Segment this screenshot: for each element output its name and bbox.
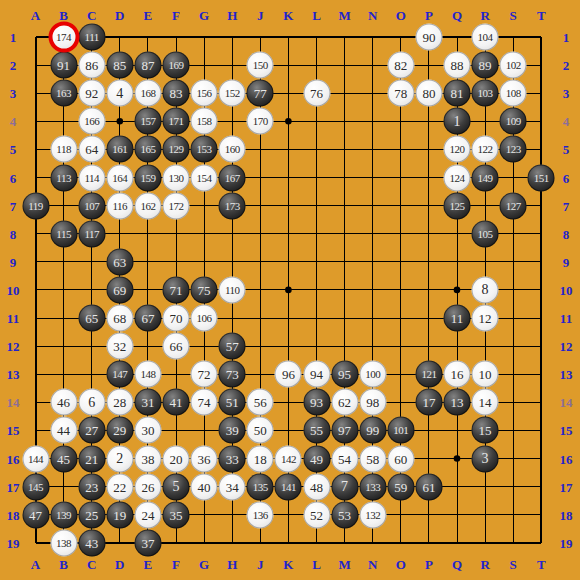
column-label-bottom-M: M — [338, 558, 350, 571]
row-label-left-17: 17 — [7, 480, 20, 493]
stone-D16: 2 — [106, 445, 133, 472]
stone-N16: 58 — [359, 445, 386, 472]
row-label-left-7: 7 — [10, 199, 17, 212]
stone-P17: 61 — [415, 473, 442, 500]
stone-R15: 15 — [472, 417, 499, 444]
stone-E2: 87 — [134, 52, 161, 79]
column-label-top-J: J — [257, 9, 264, 22]
row-label-left-10: 10 — [7, 283, 20, 296]
stone-M18: 53 — [331, 501, 358, 528]
column-label-bottom-K: K — [283, 558, 293, 571]
stone-Q4: 1 — [444, 108, 471, 135]
stone-C5: 64 — [78, 136, 105, 163]
column-label-bottom-P: P — [425, 558, 433, 571]
column-label-top-H: H — [227, 9, 237, 22]
stone-O15: 101 — [387, 417, 414, 444]
column-label-bottom-T: T — [537, 558, 546, 571]
stone-H17: 34 — [219, 473, 246, 500]
stone-G11: 106 — [191, 305, 218, 332]
stone-R11: 12 — [472, 305, 499, 332]
stone-E4: 157 — [134, 108, 161, 135]
row-label-right-11: 11 — [560, 312, 572, 325]
row-label-left-11: 11 — [7, 312, 19, 325]
column-label-top-R: R — [480, 9, 489, 22]
stone-B2: 91 — [50, 52, 77, 79]
row-label-left-9: 9 — [10, 255, 17, 268]
stone-L14: 93 — [303, 389, 330, 416]
stone-D5: 161 — [106, 136, 133, 163]
stone-M15: 97 — [331, 417, 358, 444]
column-label-top-N: N — [368, 9, 377, 22]
stone-A17: 145 — [22, 473, 49, 500]
stone-Q3: 81 — [444, 80, 471, 107]
stone-T6: 151 — [528, 164, 555, 191]
column-label-top-S: S — [510, 9, 517, 22]
column-label-top-C: C — [87, 9, 96, 22]
go-board[interactable]: AABBCCDDEEFFGGHHJJKKLLMMNNOOPPQQRRSSTT11… — [0, 0, 580, 580]
stone-R5: 122 — [472, 136, 499, 163]
column-label-top-Q: Q — [452, 9, 462, 22]
row-label-left-4: 4 — [10, 115, 17, 128]
stone-E7: 162 — [134, 192, 161, 219]
stone-G16: 36 — [191, 445, 218, 472]
stone-F6: 130 — [163, 164, 190, 191]
stone-J15: 50 — [247, 417, 274, 444]
column-label-bottom-F: F — [172, 558, 180, 571]
column-label-bottom-N: N — [368, 558, 377, 571]
stone-P14: 17 — [415, 389, 442, 416]
stone-L18: 52 — [303, 501, 330, 528]
stone-C11: 65 — [78, 305, 105, 332]
stone-H15: 39 — [219, 417, 246, 444]
row-label-right-18: 18 — [560, 508, 573, 521]
stone-Q11: 11 — [444, 305, 471, 332]
stone-M13: 95 — [331, 361, 358, 388]
stone-B5: 118 — [50, 136, 77, 163]
column-label-top-P: P — [425, 9, 433, 22]
column-label-top-O: O — [396, 9, 406, 22]
row-label-left-2: 2 — [10, 59, 17, 72]
stone-E16: 38 — [134, 445, 161, 472]
stone-H16: 33 — [219, 445, 246, 472]
stone-H6: 167 — [219, 164, 246, 191]
stone-P1: 90 — [415, 24, 442, 51]
stone-Q7: 125 — [444, 192, 471, 219]
row-label-left-18: 18 — [7, 508, 20, 521]
stone-J14: 56 — [247, 389, 274, 416]
stone-G3: 156 — [191, 80, 218, 107]
column-label-bottom-L: L — [312, 558, 321, 571]
column-label-bottom-J: J — [257, 558, 264, 571]
stone-J3: 77 — [247, 80, 274, 107]
row-label-right-7: 7 — [563, 199, 570, 212]
stone-G4: 158 — [191, 108, 218, 135]
stone-O17: 59 — [387, 473, 414, 500]
stone-F18: 35 — [163, 501, 190, 528]
stone-Q13: 16 — [444, 361, 471, 388]
stone-F7: 172 — [163, 192, 190, 219]
stone-E13: 148 — [134, 361, 161, 388]
stone-L15: 55 — [303, 417, 330, 444]
stone-C8: 117 — [78, 220, 105, 247]
stone-C7: 107 — [78, 192, 105, 219]
stone-N18: 132 — [359, 501, 386, 528]
column-label-top-A: A — [31, 9, 40, 22]
stone-R2: 89 — [472, 52, 499, 79]
stone-D3: 4 — [106, 80, 133, 107]
stone-P3: 80 — [415, 80, 442, 107]
stone-D15: 29 — [106, 417, 133, 444]
column-label-bottom-Q: Q — [452, 558, 462, 571]
stone-E17: 26 — [134, 473, 161, 500]
row-label-left-3: 3 — [10, 87, 17, 100]
stone-F3: 83 — [163, 80, 190, 107]
stone-F12: 66 — [163, 333, 190, 360]
stone-B16: 45 — [50, 445, 77, 472]
stone-G14: 74 — [191, 389, 218, 416]
column-label-top-E: E — [144, 9, 153, 22]
stone-D2: 85 — [106, 52, 133, 79]
stone-O16: 60 — [387, 445, 414, 472]
stone-J4: 170 — [247, 108, 274, 135]
stone-C3: 92 — [78, 80, 105, 107]
stone-R13: 10 — [472, 361, 499, 388]
stone-S4: 109 — [500, 108, 527, 135]
stone-O3: 78 — [387, 80, 414, 107]
stone-D9: 63 — [106, 248, 133, 275]
row-label-left-12: 12 — [7, 340, 20, 353]
stone-K16: 142 — [275, 445, 302, 472]
stone-B1-last-move: 174 — [50, 24, 77, 51]
stone-C6: 114 — [78, 164, 105, 191]
stone-F10: 71 — [163, 276, 190, 303]
stone-F5: 129 — [163, 136, 190, 163]
stone-S2: 102 — [500, 52, 527, 79]
row-label-right-13: 13 — [560, 368, 573, 381]
column-label-top-K: K — [283, 9, 293, 22]
stone-N17: 133 — [359, 473, 386, 500]
row-label-right-4: 4 — [563, 115, 570, 128]
stone-B8: 115 — [50, 220, 77, 247]
stone-J18: 136 — [247, 501, 274, 528]
stone-H10: 110 — [219, 276, 246, 303]
stone-D12: 32 — [106, 333, 133, 360]
stone-B3: 163 — [50, 80, 77, 107]
column-label-bottom-G: G — [199, 558, 209, 571]
column-label-top-D: D — [115, 9, 124, 22]
stone-F2: 169 — [163, 52, 190, 79]
stone-C4: 166 — [78, 108, 105, 135]
stone-K17: 141 — [275, 473, 302, 500]
stone-J16: 18 — [247, 445, 274, 472]
column-label-bottom-R: R — [480, 558, 489, 571]
stone-D13: 147 — [106, 361, 133, 388]
row-label-left-5: 5 — [10, 143, 17, 156]
stone-H13: 73 — [219, 361, 246, 388]
stone-H3: 152 — [219, 80, 246, 107]
stone-D7: 116 — [106, 192, 133, 219]
stone-G6: 154 — [191, 164, 218, 191]
row-label-right-9: 9 — [563, 255, 570, 268]
stone-F4: 171 — [163, 108, 190, 135]
row-label-left-19: 19 — [7, 536, 20, 549]
column-label-bottom-S: S — [510, 558, 517, 571]
stone-L17: 48 — [303, 473, 330, 500]
row-label-left-1: 1 — [10, 31, 17, 44]
stone-H7: 173 — [219, 192, 246, 219]
stone-L16: 49 — [303, 445, 330, 472]
stone-B14: 46 — [50, 389, 77, 416]
stone-R14: 14 — [472, 389, 499, 416]
stone-Q2: 88 — [444, 52, 471, 79]
stone-Q6: 124 — [444, 164, 471, 191]
row-label-right-12: 12 — [560, 340, 573, 353]
stone-B19: 138 — [50, 529, 77, 556]
column-label-top-L: L — [312, 9, 321, 22]
stone-N14: 98 — [359, 389, 386, 416]
stone-D18: 19 — [106, 501, 133, 528]
row-label-left-6: 6 — [10, 171, 17, 184]
stone-A7: 119 — [22, 192, 49, 219]
row-label-right-3: 3 — [563, 87, 570, 100]
column-label-bottom-O: O — [396, 558, 406, 571]
stone-D10: 69 — [106, 276, 133, 303]
stone-C17: 23 — [78, 473, 105, 500]
column-label-bottom-C: C — [87, 558, 96, 571]
row-label-right-2: 2 — [563, 59, 570, 72]
stone-R8: 105 — [472, 220, 499, 247]
stone-F14: 41 — [163, 389, 190, 416]
stone-K13: 96 — [275, 361, 302, 388]
stone-R3: 103 — [472, 80, 499, 107]
row-label-right-14: 14 — [560, 396, 573, 409]
column-label-top-B: B — [59, 9, 68, 22]
row-label-left-14: 14 — [7, 396, 20, 409]
column-label-bottom-E: E — [144, 558, 153, 571]
stone-D6: 164 — [106, 164, 133, 191]
row-label-left-15: 15 — [7, 424, 20, 437]
stone-S5: 123 — [500, 136, 527, 163]
stone-C2: 86 — [78, 52, 105, 79]
row-label-right-10: 10 — [560, 283, 573, 296]
row-label-left-13: 13 — [7, 368, 20, 381]
stone-R10: 8 — [472, 276, 499, 303]
stone-E15: 30 — [134, 417, 161, 444]
row-label-right-19: 19 — [560, 536, 573, 549]
row-label-right-17: 17 — [560, 480, 573, 493]
stone-N15: 99 — [359, 417, 386, 444]
stone-Q5: 120 — [444, 136, 471, 163]
stone-B15: 44 — [50, 417, 77, 444]
stone-C18: 25 — [78, 501, 105, 528]
row-label-right-15: 15 — [560, 424, 573, 437]
stone-S7: 127 — [500, 192, 527, 219]
stone-G5: 153 — [191, 136, 218, 163]
stone-E19: 37 — [134, 529, 161, 556]
stone-E11: 67 — [134, 305, 161, 332]
column-label-top-M: M — [338, 9, 350, 22]
star-point — [117, 118, 124, 125]
stone-B18: 139 — [50, 501, 77, 528]
row-label-right-8: 8 — [563, 227, 570, 240]
stone-M16: 54 — [331, 445, 358, 472]
stone-P13: 121 — [415, 361, 442, 388]
column-label-top-T: T — [537, 9, 546, 22]
row-label-right-1: 1 — [563, 31, 570, 44]
row-label-right-16: 16 — [560, 452, 573, 465]
stone-R6: 149 — [472, 164, 499, 191]
row-label-left-16: 16 — [7, 452, 20, 465]
stone-M14: 62 — [331, 389, 358, 416]
stone-E5: 165 — [134, 136, 161, 163]
stone-G10: 75 — [191, 276, 218, 303]
stone-F11: 70 — [163, 305, 190, 332]
stone-N13: 100 — [359, 361, 386, 388]
stone-A16: 144 — [22, 445, 49, 472]
star-point — [285, 287, 292, 294]
stone-C14: 6 — [78, 389, 105, 416]
stone-E14: 31 — [134, 389, 161, 416]
stone-M17: 7 — [331, 473, 358, 500]
star-point — [454, 455, 461, 462]
stone-R1: 104 — [472, 24, 499, 51]
stone-H5: 160 — [219, 136, 246, 163]
column-label-bottom-H: H — [227, 558, 237, 571]
stone-J2: 150 — [247, 52, 274, 79]
stone-Q14: 13 — [444, 389, 471, 416]
row-label-right-5: 5 — [563, 143, 570, 156]
stone-A18: 47 — [22, 501, 49, 528]
star-point — [285, 118, 292, 125]
stone-L13: 94 — [303, 361, 330, 388]
stone-S3: 108 — [500, 80, 527, 107]
stone-D14: 28 — [106, 389, 133, 416]
stone-E6: 159 — [134, 164, 161, 191]
stone-C16: 21 — [78, 445, 105, 472]
stone-C1: 111 — [78, 24, 105, 51]
column-label-top-F: F — [172, 9, 180, 22]
column-label-top-G: G — [199, 9, 209, 22]
stone-F17: 5 — [163, 473, 190, 500]
stone-E18: 24 — [134, 501, 161, 528]
stone-D17: 22 — [106, 473, 133, 500]
stone-D11: 68 — [106, 305, 133, 332]
row-label-right-6: 6 — [563, 171, 570, 184]
stone-C15: 27 — [78, 417, 105, 444]
stone-L3: 76 — [303, 80, 330, 107]
stone-F16: 20 — [163, 445, 190, 472]
stone-B6: 113 — [50, 164, 77, 191]
column-label-bottom-B: B — [59, 558, 68, 571]
stone-G13: 72 — [191, 361, 218, 388]
stone-R16: 3 — [472, 445, 499, 472]
column-label-bottom-A: A — [31, 558, 40, 571]
stone-C19: 43 — [78, 529, 105, 556]
row-label-left-8: 8 — [10, 227, 17, 240]
stone-H12: 57 — [219, 333, 246, 360]
star-point — [454, 287, 461, 294]
stone-E3: 168 — [134, 80, 161, 107]
stone-O2: 82 — [387, 52, 414, 79]
stone-J17: 135 — [247, 473, 274, 500]
stone-G17: 40 — [191, 473, 218, 500]
stone-H14: 51 — [219, 389, 246, 416]
column-label-bottom-D: D — [115, 558, 124, 571]
